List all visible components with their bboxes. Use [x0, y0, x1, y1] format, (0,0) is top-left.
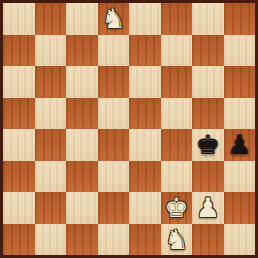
square-b4[interactable] [35, 129, 67, 161]
square-a4[interactable] [3, 129, 35, 161]
white-pawn[interactable]: ♟ [196, 192, 220, 224]
square-e1[interactable] [129, 224, 161, 256]
square-b3[interactable] [35, 161, 67, 193]
square-a3[interactable] [3, 161, 35, 193]
black-pawn[interactable]: ♟ [227, 129, 251, 161]
square-g5[interactable] [192, 98, 224, 130]
square-e2[interactable] [129, 192, 161, 224]
square-b8[interactable] [35, 3, 67, 35]
square-h5[interactable] [224, 98, 256, 130]
square-g7[interactable] [192, 35, 224, 67]
white-king[interactable]: ♚ [164, 192, 188, 224]
square-g6[interactable] [192, 66, 224, 98]
square-c4[interactable] [66, 129, 98, 161]
square-c2[interactable] [66, 192, 98, 224]
square-d1[interactable] [98, 224, 130, 256]
square-e7[interactable] [129, 35, 161, 67]
board-grid: ♞♚♟♚♟♞ [3, 3, 255, 255]
square-c7[interactable] [66, 35, 98, 67]
square-h8[interactable] [224, 3, 256, 35]
square-f2[interactable]: ♚ [161, 192, 193, 224]
square-d6[interactable] [98, 66, 130, 98]
square-h1[interactable] [224, 224, 256, 256]
square-a8[interactable] [3, 3, 35, 35]
square-c5[interactable] [66, 98, 98, 130]
square-f7[interactable] [161, 35, 193, 67]
square-a1[interactable] [3, 224, 35, 256]
square-a2[interactable] [3, 192, 35, 224]
square-f8[interactable] [161, 3, 193, 35]
square-g4[interactable]: ♚ [192, 129, 224, 161]
square-d7[interactable] [98, 35, 130, 67]
square-h3[interactable] [224, 161, 256, 193]
square-e4[interactable] [129, 129, 161, 161]
square-b1[interactable] [35, 224, 67, 256]
square-d5[interactable] [98, 98, 130, 130]
square-e3[interactable] [129, 161, 161, 193]
square-b6[interactable] [35, 66, 67, 98]
square-g2[interactable]: ♟ [192, 192, 224, 224]
square-e8[interactable] [129, 3, 161, 35]
black-king[interactable]: ♚ [196, 129, 220, 161]
square-g8[interactable] [192, 3, 224, 35]
square-a7[interactable] [3, 35, 35, 67]
square-d8[interactable]: ♞ [98, 3, 130, 35]
square-g1[interactable] [192, 224, 224, 256]
square-c3[interactable] [66, 161, 98, 193]
square-h4[interactable]: ♟ [224, 129, 256, 161]
square-d2[interactable] [98, 192, 130, 224]
square-c6[interactable] [66, 66, 98, 98]
square-a5[interactable] [3, 98, 35, 130]
square-d4[interactable] [98, 129, 130, 161]
square-h7[interactable] [224, 35, 256, 67]
square-f4[interactable] [161, 129, 193, 161]
square-b2[interactable] [35, 192, 67, 224]
square-h2[interactable] [224, 192, 256, 224]
square-g3[interactable] [192, 161, 224, 193]
square-b7[interactable] [35, 35, 67, 67]
square-d3[interactable] [98, 161, 130, 193]
square-f5[interactable] [161, 98, 193, 130]
square-f1[interactable]: ♞ [161, 224, 193, 256]
white-knight[interactable]: ♞ [101, 3, 125, 35]
square-b5[interactable] [35, 98, 67, 130]
square-f3[interactable] [161, 161, 193, 193]
white-knight[interactable]: ♞ [164, 224, 188, 256]
square-e6[interactable] [129, 66, 161, 98]
square-c1[interactable] [66, 224, 98, 256]
square-h6[interactable] [224, 66, 256, 98]
square-c8[interactable] [66, 3, 98, 35]
square-e5[interactable] [129, 98, 161, 130]
square-f6[interactable] [161, 66, 193, 98]
chess-board: ♞♚♟♚♟♞ [0, 0, 258, 258]
square-a6[interactable] [3, 66, 35, 98]
